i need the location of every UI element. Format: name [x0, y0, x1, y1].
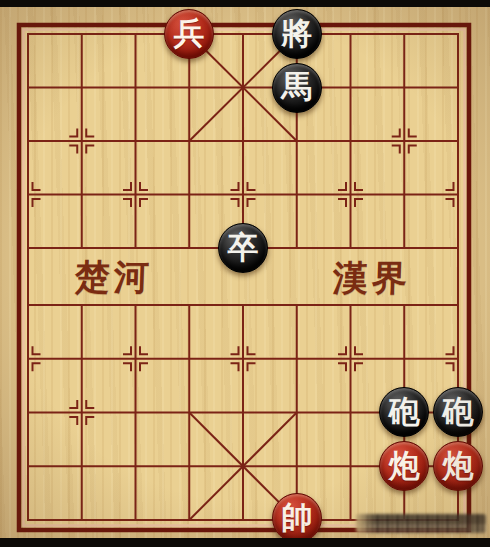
piece-red-general[interactable]: 帥: [272, 493, 322, 543]
piece-red-soldier[interactable]: 兵: [164, 9, 214, 59]
piece-black-general[interactable]: 將: [272, 9, 322, 59]
piece-glyph: 炮: [442, 450, 473, 481]
piece-black-soldier[interactable]: 卒: [218, 223, 268, 273]
piece-glyph: 砲: [442, 396, 473, 427]
xiangqi-board[interactable]: 兵將馬卒砲砲炮炮帥: [1, 7, 485, 543]
piece-black-cannon-1[interactable]: 砲: [379, 387, 429, 437]
piece-glyph: 兵: [174, 18, 205, 49]
letterbox-bottom: [0, 538, 490, 547]
watermark-smudge: [356, 514, 486, 533]
letterbox-top: [0, 0, 490, 7]
piece-glyph: 砲: [389, 396, 420, 427]
piece-black-cannon-2[interactable]: 砲: [433, 387, 483, 437]
piece-glyph: 帥: [281, 502, 312, 533]
piece-red-cannon-2[interactable]: 炮: [433, 441, 483, 491]
piece-glyph: 炮: [389, 450, 420, 481]
piece-glyph: 卒: [227, 232, 258, 263]
piece-glyph: 將: [281, 18, 312, 49]
xiangqi-app: 楚河 漢界 兵將馬卒砲砲炮炮帥: [0, 0, 490, 547]
piece-black-horse[interactable]: 馬: [272, 63, 322, 113]
piece-red-cannon-1[interactable]: 炮: [379, 441, 429, 491]
piece-glyph: 馬: [281, 71, 312, 102]
